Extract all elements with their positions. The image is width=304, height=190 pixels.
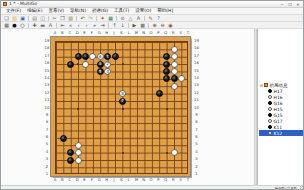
move-number: 7 <box>121 99 124 103</box>
black-move-icon <box>268 113 272 117</box>
coord-label-row-right: 2 <box>193 165 201 169</box>
menu-record[interactable]: 棋谱(G) <box>89 8 111 14</box>
close-button[interactable]: ✕ <box>295 2 301 7</box>
tree-move-label: K11 <box>274 125 283 130</box>
coord-label-row-right: 5 <box>193 142 201 146</box>
maximize-button[interactable]: ☐ <box>287 2 293 7</box>
menu-tools[interactable]: 工具(T) <box>111 8 132 14</box>
back-10-icon[interactable]: « <box>67 22 74 28</box>
coord-label-row-left: 7 <box>43 128 51 132</box>
white-move-icon <box>268 95 272 99</box>
toolbar-separator <box>28 16 29 21</box>
move-number: 3 <box>99 62 102 66</box>
help-icon[interactable]: ? <box>155 15 162 21</box>
coord-label-row-left: 11 <box>43 98 51 102</box>
next-variation-icon[interactable]: ↓ <box>119 22 126 28</box>
copy-icon[interactable]: ❐ <box>59 15 66 21</box>
stone-black-K11[interactable]: 7 <box>119 98 126 105</box>
stone-layer: 61325487 <box>56 42 189 175</box>
toolbar-separator <box>48 16 49 21</box>
white-stone-icon[interactable]: ○ <box>19 22 26 28</box>
toolbar-separator <box>116 16 117 21</box>
redo-icon[interactable]: ↷ <box>87 15 94 21</box>
coord-label-row-right: 19 <box>193 39 201 43</box>
coord-label-row-right: 12 <box>193 91 201 95</box>
coord-label-row-left: 2 <box>43 165 51 169</box>
back-icon[interactable]: ‹ <box>75 22 82 28</box>
go-last-icon[interactable]: ⇥ <box>99 22 106 28</box>
menu-edit[interactable]: 编辑(E) <box>24 8 45 14</box>
coord-label-row-right: 15 <box>193 69 201 73</box>
menu-navigate[interactable]: 导航(N) <box>67 8 89 14</box>
multigo-window: 1 * - MultiGo ─ ☐ ✕ 文件(F)编辑(E)查看(V)导航(N)… <box>0 0 304 190</box>
go-board: 61325487 AABBCCDDEEFFGGHHJJKKLLMMNNOOPPQ… <box>43 30 200 184</box>
toolbar-separator <box>28 23 29 28</box>
coord-label-row-right: 17 <box>193 54 201 58</box>
go-first-icon[interactable]: ⇤ <box>59 22 66 28</box>
toolbar-separator <box>148 23 149 28</box>
move-number: 6 <box>99 55 102 59</box>
forward-icon[interactable]: › <box>83 22 90 28</box>
coord-label-row-left: 4 <box>43 150 51 154</box>
tree-move-label: G15 <box>274 113 283 118</box>
menu-options[interactable]: 设置(O) <box>132 8 154 14</box>
menu-file[interactable]: 文件(F) <box>3 8 24 14</box>
game-info-icon[interactable]: ✦ <box>99 15 106 21</box>
game-tree-panel: ⊟棋局信息H17H16G16H15G15G17K11K12 <box>257 29 304 185</box>
coord-label-col-bottom: T <box>184 178 192 182</box>
game-info-node-icon <box>264 83 268 87</box>
stone-white-R18[interactable] <box>171 46 178 53</box>
stone-black-C3[interactable] <box>67 157 74 164</box>
coord-label-row-right: 14 <box>193 76 201 80</box>
title-bar: 1 * - MultiGo ─ ☐ ✕ <box>1 1 303 8</box>
coord-label-row-left: 13 <box>43 83 51 87</box>
stone-white-D4[interactable] <box>75 149 82 156</box>
board-setup-icon[interactable]: ▦ <box>107 15 114 21</box>
tree-move-label: G17 <box>274 119 283 124</box>
toolbar-separator <box>56 23 57 28</box>
stone-white-F17[interactable] <box>89 53 96 60</box>
stone-black-C16[interactable] <box>67 61 74 68</box>
coord-label-row-right: 10 <box>193 106 201 110</box>
coord-label-row-right: 4 <box>193 150 201 154</box>
black-move-icon <box>268 125 272 129</box>
black-move-icon <box>268 89 272 93</box>
stone-black-E17[interactable] <box>82 53 89 60</box>
move-number: 1 <box>106 55 109 59</box>
show-move-number-icon[interactable]: ▦ <box>3 22 10 28</box>
stone-black-D17[interactable] <box>75 53 82 60</box>
tree-move-node-K12[interactable]: K12 <box>259 130 304 136</box>
stone-black-G15[interactable]: 5 <box>97 68 104 75</box>
stone-black-H17[interactable]: 1 <box>104 53 111 60</box>
tree-move-label: G16 <box>274 101 283 106</box>
stone-white-H15[interactable]: 4 <box>104 68 111 75</box>
mark-triangle-icon[interactable]: △ <box>127 15 134 21</box>
print-icon[interactable]: ▤ <box>31 15 38 21</box>
stone-black-J17[interactable] <box>112 53 119 60</box>
stone-black-B6[interactable] <box>60 135 67 142</box>
forward-10-icon[interactable]: » <box>91 22 98 28</box>
coord-label-row-left: 6 <box>43 135 51 139</box>
paste-icon[interactable]: ▥ <box>67 15 74 21</box>
coord-label-row-right: 9 <box>193 113 201 117</box>
board-area: 61325487 AABBCCDDEEFFGGHHJJKKLLMMNNOOPPQ… <box>1 29 254 185</box>
coord-label-row-right: 7 <box>193 128 201 132</box>
coord-label-row-left: 16 <box>43 61 51 65</box>
mark-letter-icon[interactable]: A <box>135 15 142 21</box>
move-number: 8 <box>121 92 124 96</box>
autoplay-icon[interactable]: ▶ <box>131 22 138 28</box>
white-move-icon <box>268 131 272 135</box>
stone-white-H16[interactable]: 2 <box>104 61 111 68</box>
coord-label-row-right: 13 <box>193 83 201 87</box>
edit-comment-icon[interactable]: ✎ <box>147 15 154 21</box>
toolbar-separator <box>144 16 145 21</box>
coord-label-row-left: 19 <box>43 39 51 43</box>
stone-white-R4[interactable] <box>171 149 178 156</box>
stone-black-R14[interactable] <box>171 75 178 82</box>
stone-white-R17[interactable] <box>171 53 178 60</box>
stone-white-K12[interactable]: 8 <box>119 90 126 97</box>
game-tree: ⊟棋局信息H17H16G16H15G15G17K11K12 <box>259 82 304 136</box>
stone-black-G16[interactable]: 3 <box>97 61 104 68</box>
move-number: 5 <box>99 70 102 74</box>
prev-variation-icon[interactable]: ↑ <box>111 22 118 28</box>
stone-white-S14[interactable] <box>178 75 185 82</box>
black-stone-icon[interactable]: ● <box>11 22 18 28</box>
white-move-icon <box>268 119 272 123</box>
coord-label-row-left: 15 <box>43 69 51 73</box>
coord-label-row-right: 8 <box>193 120 201 124</box>
stone-black-Q17[interactable] <box>163 53 170 60</box>
stop-icon[interactable]: ■ <box>139 22 146 28</box>
stone-black-Q16[interactable] <box>163 61 170 68</box>
tree-move-label: K12 <box>274 131 283 136</box>
tree-move-label: H16 <box>274 95 283 100</box>
app-icon <box>3 2 7 6</box>
add-stone-icon[interactable]: ✚ <box>31 22 38 28</box>
stone-white-D3[interactable] <box>75 157 82 164</box>
coord-label-row-right: 6 <box>193 135 201 139</box>
zoom-out-icon[interactable]: ⊖ <box>159 22 166 28</box>
coord-label-row-left: 17 <box>43 54 51 58</box>
coord-label-row-left: 10 <box>43 106 51 110</box>
coord-label-row-left: 9 <box>43 113 51 117</box>
stone-white-R16[interactable] <box>171 61 178 68</box>
white-move-icon <box>268 107 272 111</box>
status-move-counter: 第8手/共8手 <box>275 186 297 190</box>
coord-label-row-right: 16 <box>193 61 201 65</box>
stone-white-G17[interactable]: 6 <box>97 53 104 60</box>
toolbar-main: ❏▨▣▤◫✂❐▥↶↷✦▦⊘△A✎? <box>1 15 303 22</box>
coord-label-row-left: 1 <box>43 172 51 176</box>
coord-label-row-right: 1 <box>193 172 201 176</box>
tree-move-label: H17 <box>274 89 283 94</box>
label-icon[interactable]: A <box>47 22 54 28</box>
coord-label-row-left: 5 <box>43 142 51 146</box>
zoom-in-icon[interactable]: ⊕ <box>151 22 158 28</box>
status-bar: 第8手/共8手 <box>1 185 304 190</box>
cut-icon[interactable]: ✂ <box>51 15 58 21</box>
tree-move-label: H15 <box>274 107 283 112</box>
black-move-icon <box>268 101 272 105</box>
resize-grip[interactable] <box>300 186 304 190</box>
stone-white-E16[interactable] <box>82 61 89 68</box>
new-file-icon[interactable]: ❏ <box>3 15 10 21</box>
stone-white-R15[interactable] <box>171 68 178 75</box>
open-file-icon[interactable]: ▨ <box>11 15 18 21</box>
coord-label-row-right: 11 <box>193 98 201 102</box>
toolbar-separator <box>128 23 129 28</box>
stone-white-R13[interactable] <box>171 83 178 90</box>
remove-stone-icon[interactable]: ▬ <box>39 22 46 28</box>
toolbar-separator <box>108 23 109 28</box>
minimize-button[interactable]: ─ <box>279 2 285 7</box>
menu-view[interactable]: 查看(V) <box>45 8 67 14</box>
toolbar-separator <box>76 16 77 21</box>
save-icon[interactable]: ▣ <box>19 15 26 21</box>
stone-black-Q14[interactable] <box>163 75 170 82</box>
coord-label-row-left: 3 <box>43 157 51 161</box>
coord-label-col-top: T <box>184 31 192 35</box>
coord-label-row-left: 8 <box>43 120 51 124</box>
coord-label-row-right: 18 <box>193 46 201 50</box>
undo-icon[interactable]: ↶ <box>79 15 86 21</box>
menu-help[interactable]: 帮助(H) <box>154 8 176 14</box>
pass-icon[interactable]: ⊘ <box>119 15 126 21</box>
coord-label-row-left: 14 <box>43 76 51 80</box>
toolbar-separator <box>96 16 97 21</box>
move-number: 2 <box>106 62 109 66</box>
tree-root-label: 棋局信息 <box>270 83 288 88</box>
stone-black-C4[interactable] <box>67 149 74 156</box>
print-preview-icon[interactable]: ◫ <box>39 15 46 21</box>
menu-bar: 文件(F)编辑(E)查看(V)导航(N)棋谱(G)工具(T)设置(O)帮助(H) <box>1 8 303 15</box>
coord-label-row-right: 3 <box>193 157 201 161</box>
stone-white-D5[interactable] <box>75 142 82 149</box>
move-number: 4 <box>106 70 109 74</box>
coord-label-row-left: 12 <box>43 91 51 95</box>
board-surface: 61325487 <box>50 36 191 177</box>
stone-black-Q15[interactable] <box>163 68 170 75</box>
find-position-icon[interactable]: ◉ <box>167 22 174 28</box>
stone-black-P12[interactable] <box>156 90 163 97</box>
coord-label-row-left: 18 <box>43 46 51 50</box>
window-title: 1 * - MultiGo <box>9 1 279 7</box>
toolbar-navigation: ▦●○✚▬A⇤«‹›»⇥↑↓▶■⊕⊖◉ <box>1 22 303 29</box>
